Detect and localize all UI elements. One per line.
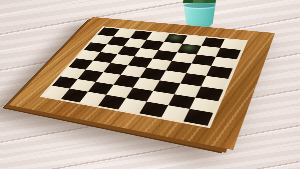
- board-square: [184, 109, 213, 126]
- board-grid: [43, 27, 245, 125]
- board-frame-line: [40, 26, 248, 128]
- scene: [0, 0, 300, 169]
- planter-rim: [184, 3, 214, 8]
